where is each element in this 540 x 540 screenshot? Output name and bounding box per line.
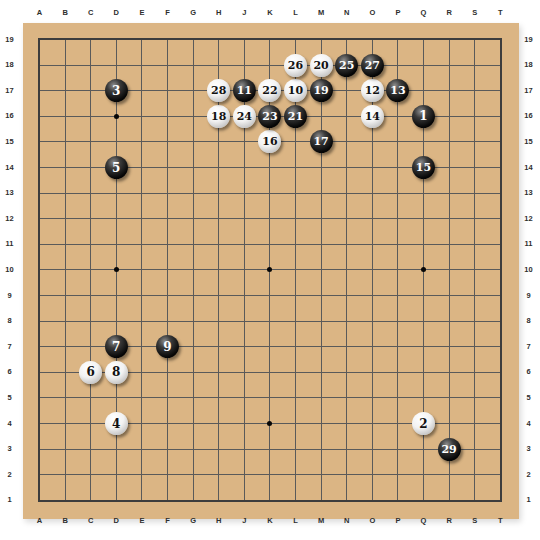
row-label-left: 17 [2, 86, 17, 96]
go-board[interactable]: 1234567891011121314151617181920212223242… [23, 23, 519, 519]
stone-move-number: 22 [262, 84, 277, 97]
stone-8[interactable]: 8 [105, 361, 128, 384]
stone-move-number: 13 [390, 84, 405, 97]
row-label-right: 3 [521, 444, 536, 454]
stone-move-number: 25 [339, 58, 354, 71]
stone-18[interactable]: 18 [207, 105, 230, 128]
row-label-right: 17 [521, 86, 536, 96]
stone-move-number: 5 [112, 160, 120, 174]
row-label-right: 12 [521, 214, 536, 224]
row-label-right: 13 [521, 188, 536, 198]
row-label-right: 16 [521, 111, 536, 121]
stone-move-number: 21 [288, 109, 303, 122]
row-label-right: 15 [521, 137, 536, 147]
stone-3[interactable]: 3 [105, 79, 128, 102]
stone-move-number: 24 [237, 109, 252, 122]
row-label-right: 11 [521, 239, 536, 249]
row-label-left: 7 [2, 342, 17, 352]
stone-move-number: 7 [112, 339, 120, 353]
stone-2[interactable]: 2 [412, 412, 435, 435]
stone-15[interactable]: 15 [412, 156, 435, 179]
stone-19[interactable]: 19 [310, 79, 333, 102]
stone-move-number: 19 [313, 84, 328, 97]
stone-move-number: 29 [441, 442, 456, 455]
column-label-top: D [106, 8, 126, 18]
stone-move-number: 23 [262, 109, 277, 122]
stone-move-number: 3 [112, 83, 120, 97]
stone-move-number: 4 [112, 416, 120, 430]
stone-7[interactable]: 7 [105, 335, 128, 358]
stone-move-number: 8 [112, 365, 120, 379]
stone-move-number: 15 [416, 161, 431, 174]
row-label-left: 2 [2, 470, 17, 480]
column-label-top: A [30, 8, 50, 18]
row-label-right: 6 [521, 367, 536, 377]
column-label-top: O [362, 8, 382, 18]
stone-17[interactable]: 17 [310, 130, 333, 153]
column-label-top: M [311, 8, 331, 18]
row-label-right: 1 [521, 495, 536, 505]
stone-29[interactable]: 29 [438, 438, 461, 461]
stone-27[interactable]: 27 [361, 54, 384, 77]
column-label-top: G [183, 8, 203, 18]
row-label-left: 19 [2, 35, 17, 45]
stone-21[interactable]: 21 [284, 105, 307, 128]
column-label-top: F [158, 8, 178, 18]
stone-20[interactable]: 20 [310, 54, 333, 77]
column-label-top: C [81, 8, 101, 18]
column-label-top: P [388, 8, 408, 18]
row-label-left: 8 [2, 316, 17, 326]
row-label-left: 4 [2, 419, 17, 429]
row-label-left: 9 [2, 291, 17, 301]
row-label-left: 12 [2, 214, 17, 224]
stone-move-number: 2 [419, 416, 427, 430]
row-label-left: 5 [2, 393, 17, 403]
stone-26[interactable]: 26 [284, 54, 307, 77]
stone-25[interactable]: 25 [335, 54, 358, 77]
stone-24[interactable]: 24 [233, 105, 256, 128]
stone-move-number: 27 [365, 58, 380, 71]
row-label-right: 2 [521, 470, 536, 480]
stone-move-number: 20 [313, 58, 328, 71]
stone-12[interactable]: 12 [361, 79, 384, 102]
column-label-top: N [337, 8, 357, 18]
row-label-left: 15 [2, 137, 17, 147]
stone-move-number: 18 [211, 109, 226, 122]
stone-move-number: 1 [419, 109, 427, 123]
column-label-top: B [55, 8, 75, 18]
row-label-left: 10 [2, 265, 17, 275]
row-label-right: 4 [521, 419, 536, 429]
go-board-diagram: 1234567891011121314151617181920212223242… [0, 0, 540, 540]
star-point [114, 114, 119, 119]
stone-move-number: 12 [365, 84, 380, 97]
stone-1[interactable]: 1 [412, 105, 435, 128]
column-label-top: S [465, 8, 485, 18]
stone-14[interactable]: 14 [361, 105, 384, 128]
row-label-right: 10 [521, 265, 536, 275]
stone-6[interactable]: 6 [79, 361, 102, 384]
column-label-top: L [286, 8, 306, 18]
column-label-top: H [209, 8, 229, 18]
column-label-top: T [490, 8, 510, 18]
column-label-top: Q [414, 8, 434, 18]
stone-4[interactable]: 4 [105, 412, 128, 435]
row-label-left: 14 [2, 163, 17, 173]
row-label-right: 7 [521, 342, 536, 352]
stone-move-number: 16 [262, 135, 277, 148]
row-label-right: 8 [521, 316, 536, 326]
row-label-right: 18 [521, 60, 536, 70]
row-label-left: 16 [2, 111, 17, 121]
stone-move-number: 9 [163, 339, 171, 353]
row-label-left: 11 [2, 239, 17, 249]
stone-move-number: 14 [365, 109, 380, 122]
stone-5[interactable]: 5 [105, 156, 128, 179]
row-label-left: 3 [2, 444, 17, 454]
stone-move-number: 17 [313, 135, 328, 148]
row-label-right: 14 [521, 163, 536, 173]
stone-move-number: 10 [288, 84, 303, 97]
row-label-left: 1 [2, 495, 17, 505]
stone-11[interactable]: 11 [233, 79, 256, 102]
row-label-right: 5 [521, 393, 536, 403]
row-label-right: 19 [521, 35, 536, 45]
row-label-left: 18 [2, 60, 17, 70]
stone-move-number: 26 [288, 58, 303, 71]
stone-move-number: 28 [211, 84, 226, 97]
column-label-top: K [260, 8, 280, 18]
row-label-right: 9 [521, 291, 536, 301]
stone-move-number: 11 [237, 84, 252, 97]
row-label-left: 13 [2, 188, 17, 198]
column-label-top: J [234, 8, 254, 18]
stone-move-number: 6 [87, 365, 95, 379]
column-label-top: E [132, 8, 152, 18]
column-label-top: R [439, 8, 459, 18]
row-label-left: 6 [2, 367, 17, 377]
